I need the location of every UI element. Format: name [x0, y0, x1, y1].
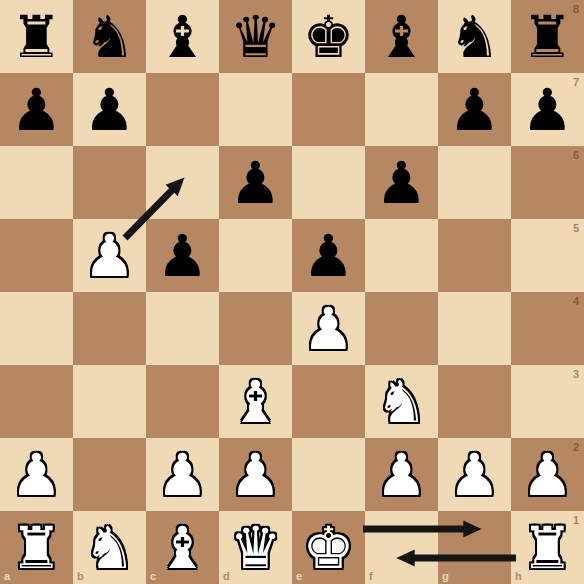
square-b6[interactable]	[73, 146, 146, 219]
piece-black-rook-h8[interactable]: ♜	[511, 0, 584, 73]
square-d7[interactable]	[219, 73, 292, 146]
piece-white-knight-b1[interactable]: ♞	[73, 511, 146, 584]
piece-black-bishop-f8[interactable]: ♝	[365, 0, 438, 73]
piece-white-bishop-d3[interactable]: ♝	[219, 365, 292, 438]
piece-white-pawn-b5[interactable]: ♟	[73, 219, 146, 292]
piece-black-pawn-h7[interactable]: ♟	[511, 73, 584, 146]
square-h6[interactable]: 6	[511, 146, 584, 219]
piece-white-bishop-c1[interactable]: ♝	[146, 511, 219, 584]
square-g2[interactable]: ♟	[438, 438, 511, 511]
square-a4[interactable]	[0, 292, 73, 365]
square-d8[interactable]: ♛	[219, 0, 292, 73]
square-f7[interactable]	[365, 73, 438, 146]
square-d1[interactable]: ♛d	[219, 511, 292, 584]
piece-black-queen-d8[interactable]: ♛	[219, 0, 292, 73]
square-b3[interactable]	[73, 365, 146, 438]
square-g3[interactable]	[438, 365, 511, 438]
square-b8[interactable]: ♞	[73, 0, 146, 73]
piece-black-rook-a8[interactable]: ♜	[0, 0, 73, 73]
square-a2[interactable]: ♟	[0, 438, 73, 511]
square-g8[interactable]: ♞	[438, 0, 511, 73]
piece-black-knight-b8[interactable]: ♞	[73, 0, 146, 73]
piece-white-pawn-d2[interactable]: ♟	[219, 438, 292, 511]
square-f3[interactable]: ♞	[365, 365, 438, 438]
square-e3[interactable]	[292, 365, 365, 438]
file-label-f: f	[369, 570, 373, 582]
piece-white-rook-a1[interactable]: ♜	[0, 511, 73, 584]
square-e6[interactable]	[292, 146, 365, 219]
piece-white-rook-h1[interactable]: ♜	[511, 511, 584, 584]
square-b1[interactable]: ♞b	[73, 511, 146, 584]
piece-black-pawn-f6[interactable]: ♟	[365, 146, 438, 219]
square-g7[interactable]: ♟	[438, 73, 511, 146]
piece-white-pawn-f2[interactable]: ♟	[365, 438, 438, 511]
square-d2[interactable]: ♟	[219, 438, 292, 511]
piece-black-bishop-c8[interactable]: ♝	[146, 0, 219, 73]
square-e7[interactable]	[292, 73, 365, 146]
square-g4[interactable]	[438, 292, 511, 365]
square-b5[interactable]: ♟	[73, 219, 146, 292]
square-c8[interactable]: ♝	[146, 0, 219, 73]
square-g1[interactable]: g	[438, 511, 511, 584]
square-h2[interactable]: ♟2	[511, 438, 584, 511]
square-c5[interactable]: ♟	[146, 219, 219, 292]
square-b7[interactable]: ♟	[73, 73, 146, 146]
square-h8[interactable]: ♜8	[511, 0, 584, 73]
square-b2[interactable]	[73, 438, 146, 511]
piece-white-pawn-g2[interactable]: ♟	[438, 438, 511, 511]
square-g5[interactable]	[438, 219, 511, 292]
square-h7[interactable]: ♟7	[511, 73, 584, 146]
rank-label-5: 5	[573, 222, 579, 234]
square-e1[interactable]: ♚e	[292, 511, 365, 584]
square-f6[interactable]: ♟	[365, 146, 438, 219]
chess-board-wrapper: ♜♞♝♛♚♝♞♜8♟♟♟♟7♟♟6♟♟♟5♟4♝♞3♟♟♟♟♟♟2♜a♞b♝c♛…	[0, 0, 584, 584]
square-a3[interactable]	[0, 365, 73, 438]
square-e5[interactable]: ♟	[292, 219, 365, 292]
piece-black-pawn-d6[interactable]: ♟	[219, 146, 292, 219]
rank-label-6: 6	[573, 149, 579, 161]
piece-black-pawn-c5[interactable]: ♟	[146, 219, 219, 292]
piece-black-pawn-b7[interactable]: ♟	[73, 73, 146, 146]
chess-board: ♜♞♝♛♚♝♞♜8♟♟♟♟7♟♟6♟♟♟5♟4♝♞3♟♟♟♟♟♟2♜a♞b♝c♛…	[0, 0, 584, 584]
square-e4[interactable]: ♟	[292, 292, 365, 365]
piece-white-pawn-a2[interactable]: ♟	[0, 438, 73, 511]
square-d3[interactable]: ♝	[219, 365, 292, 438]
square-a5[interactable]	[0, 219, 73, 292]
piece-white-pawn-h2[interactable]: ♟	[511, 438, 584, 511]
square-e8[interactable]: ♚	[292, 0, 365, 73]
square-a1[interactable]: ♜a	[0, 511, 73, 584]
square-c3[interactable]	[146, 365, 219, 438]
piece-white-king-e1[interactable]: ♚	[292, 511, 365, 584]
square-b4[interactable]	[73, 292, 146, 365]
square-d5[interactable]	[219, 219, 292, 292]
piece-white-pawn-c2[interactable]: ♟	[146, 438, 219, 511]
piece-black-king-e8[interactable]: ♚	[292, 0, 365, 73]
square-c2[interactable]: ♟	[146, 438, 219, 511]
square-f5[interactable]	[365, 219, 438, 292]
square-a6[interactable]	[0, 146, 73, 219]
square-f1[interactable]: f	[365, 511, 438, 584]
square-g6[interactable]	[438, 146, 511, 219]
piece-white-queen-d1[interactable]: ♛	[219, 511, 292, 584]
square-a8[interactable]: ♜	[0, 0, 73, 73]
square-d4[interactable]	[219, 292, 292, 365]
rank-label-3: 3	[573, 368, 579, 380]
piece-white-knight-f3[interactable]: ♞	[365, 365, 438, 438]
file-label-g: g	[442, 570, 449, 582]
square-a7[interactable]: ♟	[0, 73, 73, 146]
square-h1[interactable]: ♜1h	[511, 511, 584, 584]
square-c1[interactable]: ♝c	[146, 511, 219, 584]
square-h3[interactable]: 3	[511, 365, 584, 438]
square-c6[interactable]	[146, 146, 219, 219]
square-h4[interactable]: 4	[511, 292, 584, 365]
piece-white-pawn-e4[interactable]: ♟	[292, 292, 365, 365]
square-d6[interactable]: ♟	[219, 146, 292, 219]
piece-black-knight-g8[interactable]: ♞	[438, 0, 511, 73]
square-h5[interactable]: 5	[511, 219, 584, 292]
piece-black-pawn-e5[interactable]: ♟	[292, 219, 365, 292]
piece-black-pawn-a7[interactable]: ♟	[0, 73, 73, 146]
square-c7[interactable]	[146, 73, 219, 146]
square-f2[interactable]: ♟	[365, 438, 438, 511]
rank-label-4: 4	[573, 295, 579, 307]
piece-black-pawn-g7[interactable]: ♟	[438, 73, 511, 146]
square-f8[interactable]: ♝	[365, 0, 438, 73]
square-f4[interactable]	[365, 292, 438, 365]
square-c4[interactable]	[146, 292, 219, 365]
square-e2[interactable]	[292, 438, 365, 511]
